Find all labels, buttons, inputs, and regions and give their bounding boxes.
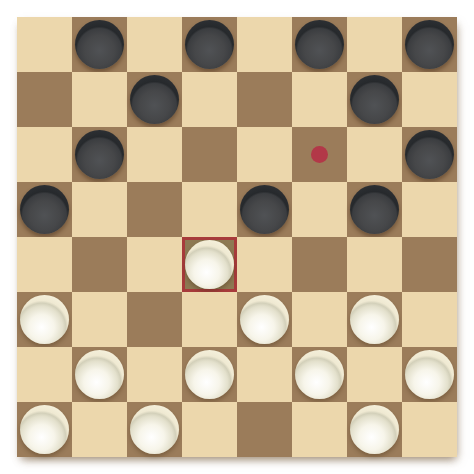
square-15[interactable]	[237, 182, 292, 237]
white-piece[interactable]	[405, 350, 454, 399]
dark-piece[interactable]	[130, 75, 179, 124]
light-square	[182, 72, 237, 127]
square-10[interactable]	[182, 127, 237, 182]
light-square	[72, 72, 127, 127]
square-21[interactable]	[17, 292, 72, 347]
square-14[interactable]	[127, 182, 182, 237]
dark-piece[interactable]	[20, 185, 69, 234]
square-1[interactable]	[72, 17, 127, 72]
light-square	[127, 347, 182, 402]
light-square	[347, 347, 402, 402]
light-square	[182, 182, 237, 237]
square-7[interactable]	[237, 72, 292, 127]
light-square	[402, 292, 457, 347]
light-square	[72, 292, 127, 347]
dark-piece[interactable]	[185, 20, 234, 69]
square-17[interactable]	[72, 237, 127, 292]
square-9[interactable]	[72, 127, 127, 182]
square-5[interactable]	[17, 72, 72, 127]
square-12[interactable]	[402, 127, 457, 182]
square-25[interactable]	[72, 347, 127, 402]
white-piece[interactable]	[350, 405, 399, 454]
square-31[interactable]	[237, 402, 292, 457]
white-piece[interactable]	[20, 295, 69, 344]
square-6[interactable]	[127, 72, 182, 127]
light-square	[237, 127, 292, 182]
selected-square-18[interactable]	[182, 237, 237, 292]
light-square	[17, 347, 72, 402]
square-28[interactable]	[402, 347, 457, 402]
square-20[interactable]	[402, 237, 457, 292]
light-square	[237, 237, 292, 292]
square-27[interactable]	[292, 347, 347, 402]
light-square	[347, 17, 402, 72]
white-piece[interactable]	[20, 405, 69, 454]
dark-piece[interactable]	[75, 130, 124, 179]
square-3[interactable]	[292, 17, 347, 72]
light-square	[237, 347, 292, 402]
light-square	[237, 17, 292, 72]
light-square	[72, 182, 127, 237]
light-square	[292, 292, 347, 347]
light-square	[182, 292, 237, 347]
light-square	[292, 182, 347, 237]
light-square	[17, 17, 72, 72]
light-square	[402, 182, 457, 237]
light-square	[402, 402, 457, 457]
light-square	[292, 72, 347, 127]
checkers-board	[17, 17, 457, 457]
light-square	[182, 402, 237, 457]
dark-piece[interactable]	[75, 20, 124, 69]
square-24[interactable]	[347, 292, 402, 347]
square-13[interactable]	[17, 182, 72, 237]
square-16[interactable]	[347, 182, 402, 237]
light-square	[72, 402, 127, 457]
dark-piece[interactable]	[405, 130, 454, 179]
light-square	[347, 237, 402, 292]
square-30[interactable]	[127, 402, 182, 457]
dark-piece[interactable]	[405, 20, 454, 69]
light-square	[17, 127, 72, 182]
square-11[interactable]	[292, 127, 347, 182]
white-piece[interactable]	[295, 350, 344, 399]
square-26[interactable]	[182, 347, 237, 402]
light-square	[17, 237, 72, 292]
white-piece[interactable]	[350, 295, 399, 344]
light-square	[127, 127, 182, 182]
white-piece[interactable]	[240, 295, 289, 344]
square-19[interactable]	[292, 237, 347, 292]
square-8[interactable]	[347, 72, 402, 127]
light-square	[347, 127, 402, 182]
square-22[interactable]	[127, 292, 182, 347]
light-square	[402, 72, 457, 127]
square-4[interactable]	[402, 17, 457, 72]
square-29[interactable]	[17, 402, 72, 457]
white-piece[interactable]	[130, 405, 179, 454]
dark-piece[interactable]	[240, 185, 289, 234]
white-piece[interactable]	[185, 350, 234, 399]
square-2[interactable]	[182, 17, 237, 72]
white-piece[interactable]	[75, 350, 124, 399]
dark-piece[interactable]	[350, 75, 399, 124]
square-23[interactable]	[237, 292, 292, 347]
light-square	[127, 237, 182, 292]
dark-piece[interactable]	[350, 185, 399, 234]
light-square	[127, 17, 182, 72]
move-hint-dot[interactable]	[311, 146, 328, 163]
dark-piece[interactable]	[295, 20, 344, 69]
square-32[interactable]	[347, 402, 402, 457]
light-square	[292, 402, 347, 457]
white-piece[interactable]	[185, 240, 234, 289]
